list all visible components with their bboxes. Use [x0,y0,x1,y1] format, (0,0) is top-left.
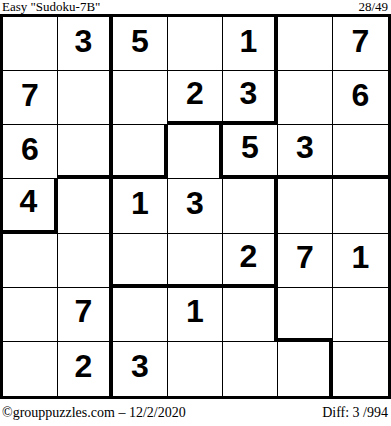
cell-r3c2[interactable] [58,125,113,179]
cell-r1c3: 5 [113,17,168,71]
page-footer: ©grouppuzzles.com – 12/2/2020 Diff: 3 /9… [2,405,388,421]
cell-r4c7[interactable] [333,179,388,233]
given-digit: 7 [21,79,39,111]
given-digit: 5 [131,25,149,57]
cell-r5c6: 7 [278,234,333,288]
cell-r3c5: 5 [223,125,278,179]
cell-r2c4: 2 [168,71,223,125]
given-digit: 1 [352,241,370,273]
cell-r1c2: 3 [58,17,113,71]
cell-r6c4: 1 [168,288,223,342]
cell-r4c5[interactable] [223,179,278,233]
cell-r4c4: 3 [168,179,223,233]
given-digit: 6 [352,79,370,111]
cell-r6c5[interactable] [223,288,278,342]
given-digit: 7 [296,241,314,273]
cell-r1c5: 1 [223,17,278,71]
given-digit: 3 [131,350,149,382]
cell-r5c2[interactable] [58,234,113,288]
cell-r6c2: 7 [58,288,113,342]
difficulty-text: Diff: 3 /994 [322,405,388,421]
cell-r4c2[interactable] [58,179,113,233]
given-digit: 5 [241,131,259,163]
cell-r2c7: 6 [333,71,388,125]
cell-r2c2[interactable] [58,71,113,125]
given-digit: 1 [131,187,149,219]
cell-r7c5[interactable] [223,342,278,396]
given-digit: 6 [21,133,39,165]
cell-r2c6[interactable] [278,71,333,125]
given-digit: 4 [20,185,38,217]
given-digit: 1 [186,295,204,327]
copyright-text: ©grouppuzzles.com – 12/2/2020 [2,405,186,421]
puzzle-page: Easy "Sudoku-7B" 28/49 35177236653413271… [0,0,391,426]
cell-r4c3: 1 [113,179,168,233]
cell-r6c3[interactable] [113,288,168,342]
cell-r7c4[interactable] [168,342,223,396]
cell-r4c1: 4 [3,179,58,233]
given-digit: 7 [352,25,370,57]
blank-count-badge: 28/49 [358,0,388,14]
cell-r5c7: 1 [333,234,388,288]
cell-r1c1[interactable] [3,17,58,71]
cell-r6c6[interactable] [278,288,333,342]
given-digit: 2 [75,350,93,382]
given-digit: 3 [240,77,258,109]
given-digit: 3 [296,131,314,163]
cell-r7c6[interactable] [278,342,333,396]
cell-r3c4[interactable] [168,125,223,179]
cell-r2c1: 7 [3,71,58,125]
cell-r2c3[interactable] [113,71,168,125]
given-digit: 2 [186,77,204,109]
cell-r5c1[interactable] [3,234,58,288]
given-digit: 3 [75,25,93,57]
given-digit: 3 [186,187,204,219]
given-digit: 7 [75,295,93,327]
cell-r2c5: 3 [223,71,278,125]
page-header: Easy "Sudoku-7B" 28/49 [2,0,388,14]
sudoku-board: 351772366534132717123 [0,14,391,399]
cell-r1c7: 7 [333,17,388,71]
given-digit: 1 [240,25,258,57]
cell-r3c7[interactable] [333,125,388,179]
cell-r3c3[interactable] [113,125,168,179]
cell-r1c6[interactable] [278,17,333,71]
cell-r7c2: 2 [58,342,113,396]
cell-r1c4[interactable] [168,17,223,71]
cell-r6c7[interactable] [333,288,388,342]
cell-r7c3: 3 [113,342,168,396]
cell-r3c1: 6 [3,125,58,179]
cell-r7c7[interactable] [333,342,388,396]
puzzle-title: Easy "Sudoku-7B" [2,0,100,14]
cell-r5c3[interactable] [113,234,168,288]
cell-r4c6[interactable] [278,179,333,233]
cell-r3c6: 3 [278,125,333,179]
cell-r6c1[interactable] [3,288,58,342]
cell-r7c1[interactable] [3,342,58,396]
given-digit: 2 [240,240,258,272]
cell-r5c5: 2 [223,234,278,288]
cell-r5c4[interactable] [168,234,223,288]
